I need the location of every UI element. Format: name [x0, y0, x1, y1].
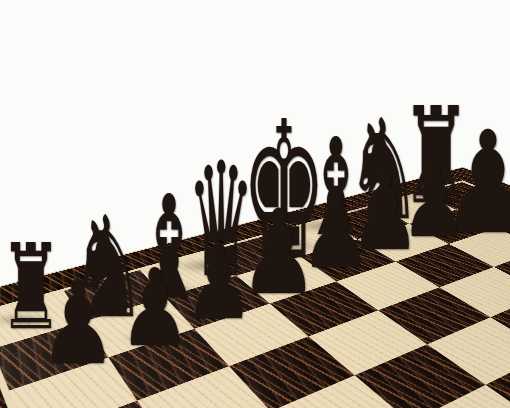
piece-black-pawn-c7[interactable]: ♟ [184, 231, 254, 334]
piece-black-pawn-b7[interactable]: ♟ [119, 255, 191, 362]
product-photo-scene: ♜♞♟♝♟♟♚♟♛♟♝♞♟♜♟♟ [0, 0, 510, 408]
piece-black-pawn-a7[interactable]: ♟ [39, 266, 117, 382]
